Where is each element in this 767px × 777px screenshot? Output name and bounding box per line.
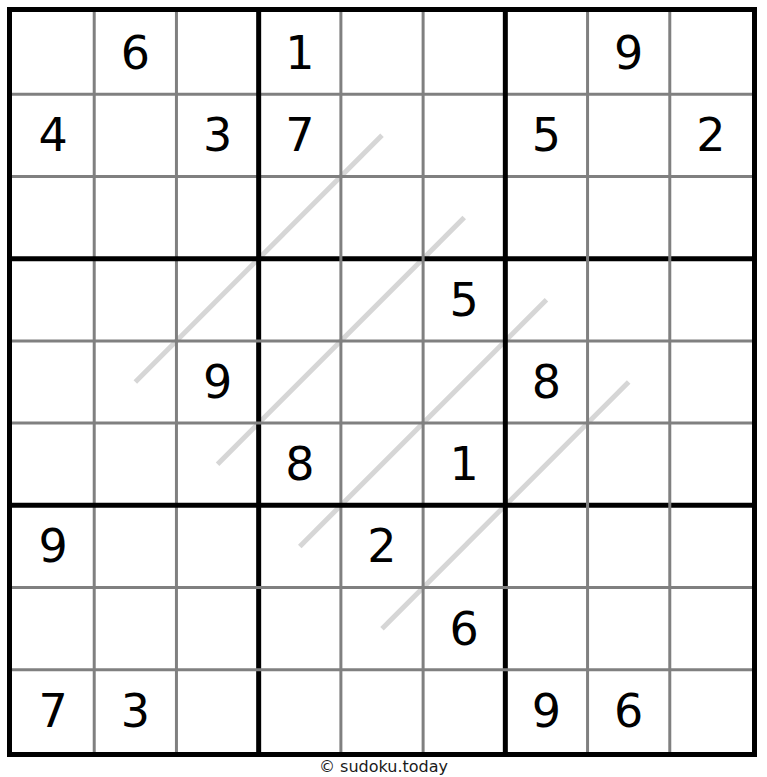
cell-r4c8[interactable] <box>588 259 670 341</box>
cell-r7c8[interactable] <box>588 505 670 587</box>
cell-r6c8[interactable] <box>588 423 670 505</box>
cell-r6c6[interactable]: 1 <box>423 423 505 505</box>
cell-r1c5[interactable] <box>341 12 423 94</box>
cell-r3c4[interactable] <box>259 176 341 258</box>
cell-r3c3[interactable] <box>176 176 258 258</box>
copyright-text: © sudoku.today <box>0 757 767 776</box>
cell-r6c3[interactable] <box>176 423 258 505</box>
cell-r1c8[interactable]: 9 <box>588 12 670 94</box>
cell-r7c2[interactable] <box>94 505 176 587</box>
cell-r7c6[interactable] <box>423 505 505 587</box>
cell-r6c4[interactable]: 8 <box>259 423 341 505</box>
cell-r9c6[interactable] <box>423 670 505 752</box>
cell-r7c7[interactable] <box>505 505 587 587</box>
cell-r5c1[interactable] <box>12 341 94 423</box>
cell-r8c5[interactable] <box>341 588 423 670</box>
cell-r4c6[interactable]: 5 <box>423 259 505 341</box>
board-cells: 61943752598819267396 <box>12 12 752 752</box>
cell-r8c4[interactable] <box>259 588 341 670</box>
cell-r1c6[interactable] <box>423 12 505 94</box>
cell-r9c8[interactable]: 6 <box>588 670 670 752</box>
cell-r8c6[interactable]: 6 <box>423 588 505 670</box>
cell-r3c6[interactable] <box>423 176 505 258</box>
cell-r2c5[interactable] <box>341 94 423 176</box>
cell-r4c2[interactable] <box>94 259 176 341</box>
cell-r3c9[interactable] <box>670 176 752 258</box>
cell-r7c4[interactable] <box>259 505 341 587</box>
cell-r5c4[interactable] <box>259 341 341 423</box>
cell-r5c7[interactable]: 8 <box>505 341 587 423</box>
cell-r9c9[interactable] <box>670 670 752 752</box>
cell-r1c2[interactable]: 6 <box>94 12 176 94</box>
cell-r2c1[interactable]: 4 <box>12 94 94 176</box>
cell-r4c9[interactable] <box>670 259 752 341</box>
cell-r6c9[interactable] <box>670 423 752 505</box>
cell-r2c3[interactable]: 3 <box>176 94 258 176</box>
cell-r3c8[interactable] <box>588 176 670 258</box>
cell-r8c7[interactable] <box>505 588 587 670</box>
cell-r4c1[interactable] <box>12 259 94 341</box>
cell-r6c1[interactable] <box>12 423 94 505</box>
cell-r2c6[interactable] <box>423 94 505 176</box>
cell-r2c9[interactable]: 2 <box>670 94 752 176</box>
cell-r4c3[interactable] <box>176 259 258 341</box>
cell-r1c9[interactable] <box>670 12 752 94</box>
cell-r1c7[interactable] <box>505 12 587 94</box>
cell-r9c4[interactable] <box>259 670 341 752</box>
cell-r5c5[interactable] <box>341 341 423 423</box>
cell-r3c5[interactable] <box>341 176 423 258</box>
cell-r4c7[interactable] <box>505 259 587 341</box>
cell-r6c7[interactable] <box>505 423 587 505</box>
cell-r2c2[interactable] <box>94 94 176 176</box>
cell-r3c1[interactable] <box>12 176 94 258</box>
cell-r5c6[interactable] <box>423 341 505 423</box>
cell-r2c4[interactable]: 7 <box>259 94 341 176</box>
cell-r6c5[interactable] <box>341 423 423 505</box>
cell-r8c9[interactable] <box>670 588 752 670</box>
cell-r1c4[interactable]: 1 <box>259 12 341 94</box>
cell-r5c9[interactable] <box>670 341 752 423</box>
cell-r9c3[interactable] <box>176 670 258 752</box>
cell-r4c5[interactable] <box>341 259 423 341</box>
cell-r7c9[interactable] <box>670 505 752 587</box>
cell-r9c7[interactable]: 9 <box>505 670 587 752</box>
cell-r3c7[interactable] <box>505 176 587 258</box>
cell-r1c3[interactable] <box>176 12 258 94</box>
sudoku-board: 61943752598819267396 <box>7 7 757 757</box>
cell-r9c5[interactable] <box>341 670 423 752</box>
cell-r5c3[interactable]: 9 <box>176 341 258 423</box>
cell-r7c5[interactable]: 2 <box>341 505 423 587</box>
cell-r7c3[interactable] <box>176 505 258 587</box>
cell-r4c4[interactable] <box>259 259 341 341</box>
cell-r7c1[interactable]: 9 <box>12 505 94 587</box>
cell-r8c1[interactable] <box>12 588 94 670</box>
cell-r5c2[interactable] <box>94 341 176 423</box>
cell-r5c8[interactable] <box>588 341 670 423</box>
cell-r2c7[interactable]: 5 <box>505 94 587 176</box>
cell-r9c1[interactable]: 7 <box>12 670 94 752</box>
cell-r2c8[interactable] <box>588 94 670 176</box>
cell-r3c2[interactable] <box>94 176 176 258</box>
cell-r9c2[interactable]: 3 <box>94 670 176 752</box>
cell-r8c8[interactable] <box>588 588 670 670</box>
cell-r1c1[interactable] <box>12 12 94 94</box>
cell-r8c2[interactable] <box>94 588 176 670</box>
cell-r6c2[interactable] <box>94 423 176 505</box>
cell-r8c3[interactable] <box>176 588 258 670</box>
